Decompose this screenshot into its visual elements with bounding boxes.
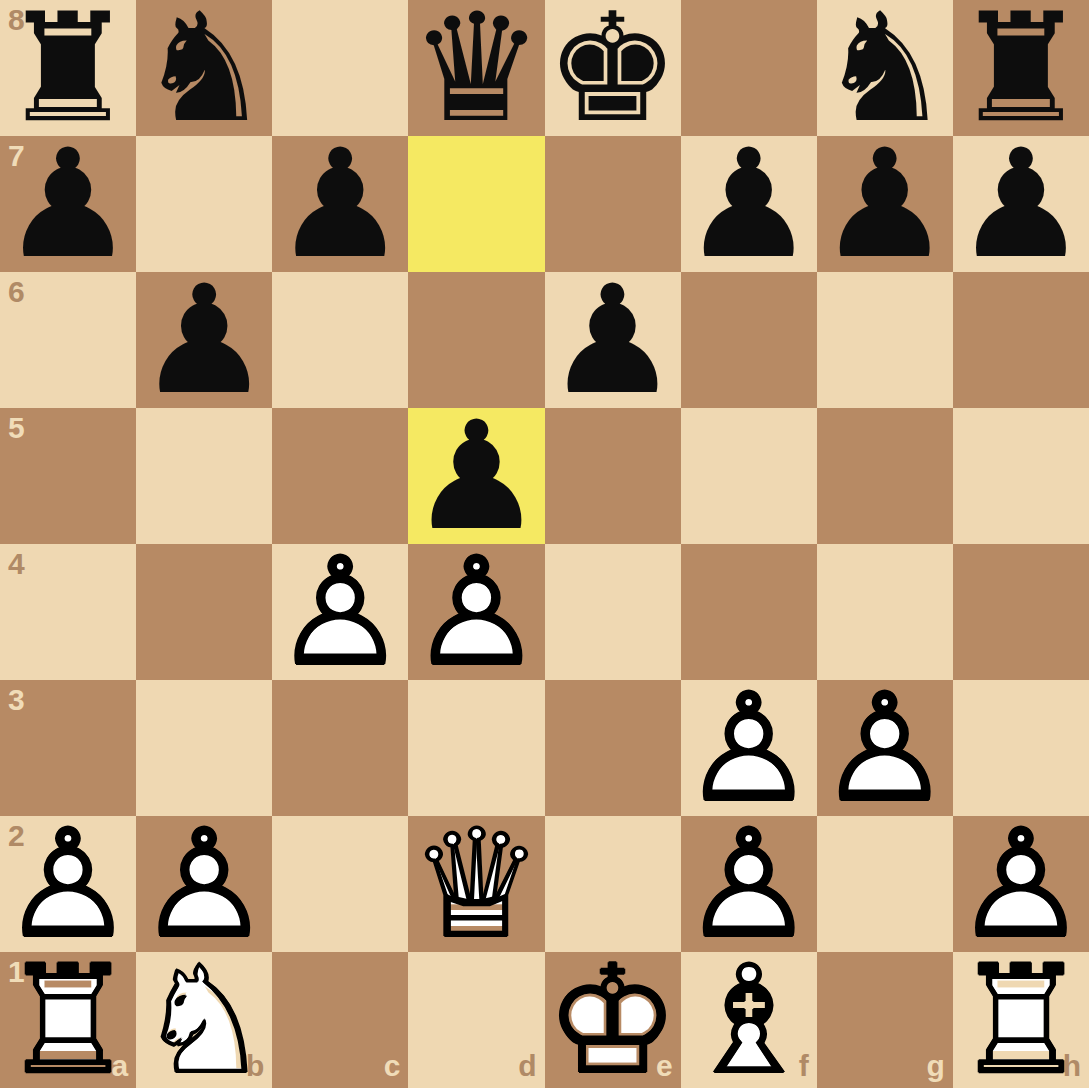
square-a8[interactable]: 8♜ <box>0 0 136 136</box>
square-d5[interactable]: ♟ <box>408 408 544 544</box>
square-b5[interactable] <box>136 408 272 544</box>
white-bishop[interactable]: ♝♗ <box>681 952 817 1088</box>
white-pawn[interactable]: ♟♙ <box>408 544 544 680</box>
black-rook[interactable]: ♜ <box>953 0 1089 136</box>
black-pawn[interactable]: ♟ <box>817 136 953 272</box>
square-c3[interactable] <box>272 680 408 816</box>
file-label-d: d <box>518 1051 536 1081</box>
square-b7[interactable] <box>136 136 272 272</box>
square-f8[interactable] <box>681 0 817 136</box>
square-f7[interactable]: ♟ <box>681 136 817 272</box>
square-c1[interactable]: c <box>272 952 408 1088</box>
white-pawn-glyph: ♟ <box>1 809 135 959</box>
chess-board: 8♜♞♛♚♞♜7♟♟♟♟♟6♟♟5♟4♟♙♟♙3♟♙♟♙2♟♙♟♙♛♕♟♙♟♙1… <box>0 0 1089 1088</box>
rank-label-6: 6 <box>8 277 25 307</box>
square-a1[interactable]: 1a♜♖ <box>0 952 136 1088</box>
black-pawn-glyph: ♟ <box>681 129 815 279</box>
white-king[interactable]: ♚♔ <box>545 952 681 1088</box>
black-pawn[interactable]: ♟ <box>545 272 681 408</box>
white-pawn[interactable]: ♟♙ <box>953 816 1089 952</box>
square-a3[interactable]: 3 <box>0 680 136 816</box>
white-pawn[interactable]: ♟♙ <box>817 680 953 816</box>
square-b3[interactable] <box>136 680 272 816</box>
square-h6[interactable] <box>953 272 1089 408</box>
square-e4[interactable] <box>545 544 681 680</box>
white-knight-glyph: ♞ <box>137 945 271 1088</box>
black-pawn-glyph: ♟ <box>137 265 271 415</box>
white-bishop-outline: ♗ <box>681 945 815 1088</box>
square-b1[interactable]: b♞♘ <box>136 952 272 1088</box>
square-e3[interactable] <box>545 680 681 816</box>
white-rook[interactable]: ♜♖ <box>953 952 1089 1088</box>
white-rook-outline: ♖ <box>1 945 135 1088</box>
black-rook[interactable]: ♜ <box>0 0 136 136</box>
square-a4[interactable]: 4 <box>0 544 136 680</box>
square-d4[interactable]: ♟♙ <box>408 544 544 680</box>
black-king-glyph: ♚ <box>545 0 679 143</box>
square-g5[interactable] <box>817 408 953 544</box>
square-c6[interactable] <box>272 272 408 408</box>
black-pawn[interactable]: ♟ <box>136 272 272 408</box>
square-c8[interactable] <box>272 0 408 136</box>
black-knight-glyph: ♞ <box>818 0 952 143</box>
black-pawn-glyph: ♟ <box>1 129 135 279</box>
square-d7[interactable] <box>408 136 544 272</box>
square-f5[interactable] <box>681 408 817 544</box>
square-d1[interactable]: d <box>408 952 544 1088</box>
white-pawn-outline: ♙ <box>681 809 815 959</box>
square-g3[interactable]: ♟♙ <box>817 680 953 816</box>
white-queen[interactable]: ♛♕ <box>408 816 544 952</box>
square-g7[interactable]: ♟ <box>817 136 953 272</box>
square-d6[interactable] <box>408 272 544 408</box>
white-pawn-outline: ♙ <box>409 537 543 687</box>
square-f2[interactable]: ♟♙ <box>681 816 817 952</box>
white-knight-outline: ♘ <box>137 945 271 1088</box>
square-g8[interactable]: ♞ <box>817 0 953 136</box>
white-rook-glyph: ♜ <box>1 945 135 1088</box>
square-a7[interactable]: 7♟ <box>0 136 136 272</box>
square-d2[interactable]: ♛♕ <box>408 816 544 952</box>
white-rook[interactable]: ♜♖ <box>0 952 136 1088</box>
square-d3[interactable] <box>408 680 544 816</box>
square-c4[interactable]: ♟♙ <box>272 544 408 680</box>
white-pawn[interactable]: ♟♙ <box>681 680 817 816</box>
white-pawn-glyph: ♟ <box>273 537 407 687</box>
square-h7[interactable]: ♟ <box>953 136 1089 272</box>
black-pawn[interactable]: ♟ <box>408 408 544 544</box>
square-h4[interactable] <box>953 544 1089 680</box>
square-f1[interactable]: f♝♗ <box>681 952 817 1088</box>
black-pawn-glyph: ♟ <box>273 129 407 279</box>
square-f3[interactable]: ♟♙ <box>681 680 817 816</box>
rank-label-5: 5 <box>8 413 25 443</box>
white-pawn-outline: ♙ <box>818 673 952 823</box>
square-a6[interactable]: 6 <box>0 272 136 408</box>
square-e7[interactable] <box>545 136 681 272</box>
square-h5[interactable] <box>953 408 1089 544</box>
white-pawn-outline: ♙ <box>137 809 271 959</box>
white-queen-outline: ♕ <box>409 809 543 959</box>
square-b6[interactable]: ♟ <box>136 272 272 408</box>
square-b2[interactable]: ♟♙ <box>136 816 272 952</box>
rank-label-4: 4 <box>8 549 25 579</box>
white-pawn[interactable]: ♟♙ <box>0 816 136 952</box>
white-pawn-glyph: ♟ <box>681 809 815 959</box>
white-pawn-glyph: ♟ <box>818 673 952 823</box>
rank-label-3: 3 <box>8 685 25 715</box>
black-pawn-glyph: ♟ <box>545 265 679 415</box>
white-knight[interactable]: ♞♘ <box>136 952 272 1088</box>
file-label-c: c <box>384 1051 401 1081</box>
square-c7[interactable]: ♟ <box>272 136 408 272</box>
square-a5[interactable]: 5 <box>0 408 136 544</box>
black-pawn[interactable]: ♟ <box>0 136 136 272</box>
white-pawn-outline: ♙ <box>273 537 407 687</box>
white-king-glyph: ♚ <box>545 945 679 1088</box>
black-rook-glyph: ♜ <box>954 0 1088 143</box>
white-pawn-glyph: ♟ <box>681 673 815 823</box>
square-e2[interactable] <box>545 816 681 952</box>
black-pawn-glyph: ♟ <box>954 129 1088 279</box>
square-h1[interactable]: h♜♖ <box>953 952 1089 1088</box>
black-queen-glyph: ♛ <box>409 0 543 143</box>
black-queen[interactable]: ♛ <box>408 0 544 136</box>
file-label-g: g <box>927 1051 945 1081</box>
black-rook-glyph: ♜ <box>1 0 135 143</box>
white-pawn-outline: ♙ <box>954 809 1088 959</box>
white-pawn[interactable]: ♟♙ <box>136 816 272 952</box>
white-rook-glyph: ♜ <box>954 945 1088 1088</box>
black-knight-glyph: ♞ <box>137 0 271 143</box>
white-pawn[interactable]: ♟♙ <box>681 816 817 952</box>
white-pawn-glyph: ♟ <box>954 809 1088 959</box>
white-bishop-glyph: ♝ <box>681 945 815 1088</box>
square-b4[interactable] <box>136 544 272 680</box>
square-e6[interactable]: ♟ <box>545 272 681 408</box>
square-g2[interactable] <box>817 816 953 952</box>
square-e8[interactable]: ♚ <box>545 0 681 136</box>
black-pawn[interactable]: ♟ <box>953 136 1089 272</box>
white-rook-outline: ♖ <box>954 945 1088 1088</box>
black-pawn-glyph: ♟ <box>409 401 543 551</box>
black-knight[interactable]: ♞ <box>817 0 953 136</box>
square-f4[interactable] <box>681 544 817 680</box>
square-c5[interactable] <box>272 408 408 544</box>
square-c2[interactable] <box>272 816 408 952</box>
white-pawn-outline: ♙ <box>1 809 135 959</box>
white-king-outline: ♔ <box>545 945 679 1088</box>
white-pawn-glyph: ♟ <box>409 537 543 687</box>
black-pawn[interactable]: ♟ <box>272 136 408 272</box>
square-g4[interactable] <box>817 544 953 680</box>
square-g1[interactable]: g <box>817 952 953 1088</box>
square-e5[interactable] <box>545 408 681 544</box>
white-queen-glyph: ♛ <box>409 809 543 959</box>
white-pawn-glyph: ♟ <box>137 809 271 959</box>
square-f6[interactable] <box>681 272 817 408</box>
square-d8[interactable]: ♛ <box>408 0 544 136</box>
square-h2[interactable]: ♟♙ <box>953 816 1089 952</box>
square-h3[interactable] <box>953 680 1089 816</box>
black-knight[interactable]: ♞ <box>136 0 272 136</box>
black-pawn[interactable]: ♟ <box>681 136 817 272</box>
square-e1[interactable]: e♚♔ <box>545 952 681 1088</box>
black-king[interactable]: ♚ <box>545 0 681 136</box>
square-b8[interactable]: ♞ <box>136 0 272 136</box>
black-pawn-glyph: ♟ <box>818 129 952 279</box>
square-a2[interactable]: 2♟♙ <box>0 816 136 952</box>
white-pawn[interactable]: ♟♙ <box>272 544 408 680</box>
square-g6[interactable] <box>817 272 953 408</box>
square-h8[interactable]: ♜ <box>953 0 1089 136</box>
white-pawn-outline: ♙ <box>681 673 815 823</box>
